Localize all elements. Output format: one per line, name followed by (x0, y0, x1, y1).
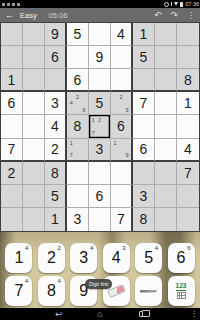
wifi-icon (174, 2, 178, 6)
cell-digit: 5 (140, 49, 148, 65)
cell-digit: 1 (8, 72, 16, 88)
cell-digit: 6 (51, 49, 59, 65)
cell-r2c8[interactable] (155, 46, 177, 69)
cell-r8c7[interactable]: 3 (133, 185, 155, 208)
cell-digit: 8 (74, 118, 82, 134)
digit-count-badge: 6 (187, 245, 190, 251)
cell-digit: 6 (8, 95, 16, 111)
digit-count-badge: 4 (155, 245, 158, 251)
undo-icon[interactable]: ↶ (154, 8, 162, 22)
cell-r8c3[interactable]: 5 (45, 185, 67, 208)
pencil-mark-digit: 1 (68, 140, 74, 146)
pencil-mark-digit: 9 (124, 152, 130, 158)
cell-r6c1[interactable]: 7 (1, 139, 23, 162)
pencil-marks: 249 (68, 93, 87, 113)
cell-r7c5[interactable] (89, 162, 111, 185)
cell-digit: 5 (74, 26, 82, 42)
cell-r5c4[interactable]: 8 (67, 115, 89, 138)
cell-r8c4[interactable] (67, 185, 89, 208)
grid-icon (177, 292, 186, 299)
cell-r2c3[interactable]: 6 (45, 46, 67, 69)
cell-r8c6[interactable] (111, 185, 133, 208)
cell-r4c1[interactable]: 6 (1, 92, 23, 115)
cell-digit: 1 (51, 211, 59, 227)
notification-icon (2, 3, 5, 6)
pencil-mark-digit: 4 (68, 100, 74, 107)
cell-r4c5[interactable]: 5 (89, 92, 111, 115)
cell-r8c1[interactable] (1, 185, 23, 208)
pencil-marks: 17 (68, 140, 87, 159)
pencil-icon (140, 290, 157, 293)
pencil-mark-digit: 9 (81, 107, 87, 114)
key-pencil[interactable] (135, 276, 162, 306)
cell-digit: 1 (140, 26, 148, 42)
pencil-marks: 29 (112, 93, 130, 113)
cell-r3c2[interactable] (23, 69, 45, 92)
cell-r5c1[interactable] (1, 115, 23, 138)
cell-r7c7[interactable] (133, 162, 155, 185)
redo-icon[interactable]: ↷ (170, 8, 178, 22)
cell-r4c4[interactable]: 249 (67, 92, 89, 115)
cell-r2c4[interactable] (67, 46, 89, 69)
key-input-mode[interactable]: 123 (168, 276, 195, 306)
status-right-icons: 07:36 (164, 0, 199, 8)
pencil-mark-digit: 7 (90, 130, 96, 137)
difficulty-title: Easy (20, 11, 37, 20)
cell-r1c9[interactable] (177, 23, 199, 46)
digit-count-badge: 4 (25, 245, 28, 251)
cell-r5c3[interactable]: 4 (45, 115, 67, 138)
cell-r9c4[interactable]: 3 (67, 208, 89, 231)
cell-r9c2[interactable] (23, 208, 45, 231)
cell-r9c1[interactable] (1, 208, 23, 231)
cell-r5c7[interactable] (133, 115, 155, 138)
cell-digit: 7 (184, 165, 192, 181)
bluetooth-icon (171, 2, 173, 6)
cell-r9c3[interactable]: 1 (45, 208, 67, 231)
cell-r1c5[interactable] (89, 23, 111, 46)
cell-digit: 5 (51, 188, 59, 204)
cell-r2c7[interactable]: 5 (133, 46, 155, 69)
digit-count-badge: 3 (122, 245, 125, 251)
nav-menu-icon[interactable]: ⋮ (191, 308, 199, 320)
sudoku-board: 9541695168632495297148127672173196428756… (0, 22, 200, 232)
cell-digit: 9 (96, 49, 104, 65)
pencil-mark-digit: 7 (68, 152, 74, 158)
cell-digit: 6 (140, 141, 148, 157)
cell-digit: 8 (140, 211, 148, 227)
key-digit-label: 2 (47, 249, 56, 267)
cell-r8c9[interactable] (177, 185, 199, 208)
cell-digit: 5 (96, 95, 104, 111)
back-icon[interactable]: ← (5, 8, 14, 22)
cell-r5c9[interactable] (177, 115, 199, 138)
cell-digit: 3 (96, 141, 104, 157)
cell-digit: 1 (184, 95, 192, 111)
cell-r7c9[interactable]: 7 (177, 162, 199, 185)
cell-digit: 3 (74, 211, 82, 227)
cell-r6c4[interactable]: 17 (67, 139, 89, 162)
cell-r3c8[interactable] (155, 69, 177, 92)
cell-r8c5[interactable]: 6 (89, 185, 111, 208)
sudoku-app-screen: 07:36 ← Easy 05:06 ↶ ↷ ⋮ 954169516863249… (0, 0, 200, 320)
key-digit-label: 6 (177, 249, 186, 267)
input-mode-label: 123 (176, 283, 187, 291)
cell-r9c6[interactable]: 7 (111, 208, 133, 231)
overflow-menu-icon[interactable]: ⋮ (187, 11, 195, 20)
cell-r1c1[interactable] (1, 23, 23, 46)
cell-r2c5[interactable]: 9 (89, 46, 111, 69)
pencil-mark-digit: 2 (118, 93, 124, 100)
cell-r6c5[interactable]: 3 (89, 139, 111, 162)
cell-r4c6[interactable]: 29 (111, 92, 133, 115)
cell-r3c3[interactable] (45, 69, 67, 92)
cell-digit: 3 (51, 95, 59, 111)
cell-r6c8[interactable] (155, 139, 177, 162)
cell-digit: 6 (96, 188, 104, 204)
notification-icons (2, 3, 20, 6)
cell-r7c3[interactable]: 8 (45, 162, 67, 185)
notification-icon (7, 3, 10, 6)
cell-r9c7[interactable]: 8 (133, 208, 155, 231)
pencil-marks: 127 (90, 116, 109, 136)
cell-r9c9[interactable] (177, 208, 199, 231)
cell-r2c2[interactable] (23, 46, 45, 69)
status-clock: 07:36 (185, 0, 199, 8)
cell-digit: 7 (8, 141, 16, 157)
cell-r1c6[interactable]: 4 (111, 23, 133, 46)
cell-digit: 2 (51, 141, 59, 157)
cell-r1c7[interactable]: 1 (133, 23, 155, 46)
pencil-mark-digit: 9 (124, 107, 130, 114)
pencil-mark-digit: 2 (74, 93, 80, 100)
cell-r7c2[interactable] (23, 162, 45, 185)
key-digit-label: 1 (14, 249, 23, 267)
cell-digit: 7 (117, 211, 125, 227)
cell-r1c3[interactable]: 9 (45, 23, 67, 46)
cell-r4c3[interactable]: 3 (45, 92, 67, 115)
key-digit-3[interactable]: 34 (70, 243, 97, 273)
notification-icon (12, 3, 15, 6)
cell-r7c1[interactable]: 2 (1, 162, 23, 185)
cell-r5c5[interactable]: 127 (89, 115, 111, 138)
cell-r5c2[interactable] (23, 115, 45, 138)
key-digit-4[interactable]: 43 (103, 243, 130, 273)
android-status-bar: 07:36 (0, 0, 200, 8)
cell-digit: 6 (74, 72, 82, 88)
nav-home-icon[interactable]: ⌂ (97, 308, 102, 320)
nav-recents-icon[interactable] (139, 311, 146, 317)
cell-r2c1[interactable] (1, 46, 23, 69)
cell-digit: 4 (117, 26, 125, 42)
cell-r3c5[interactable] (89, 69, 111, 92)
key-digit-2[interactable]: 22 (38, 243, 65, 273)
cell-digit: 4 (51, 118, 59, 134)
cell-r3c6[interactable] (111, 69, 133, 92)
app-bar: ← Easy 05:06 ↶ ↷ ⋮ (0, 8, 200, 22)
key-digit-5[interactable]: 54 (135, 243, 162, 273)
cell-digit: 4 (184, 141, 192, 157)
key-digit-label: 4 (112, 249, 121, 267)
cell-digit: 8 (184, 72, 192, 88)
cell-digit: 6 (117, 118, 125, 134)
digit-count-badge: 2 (58, 245, 61, 251)
cell-r6c7[interactable]: 6 (133, 139, 155, 162)
cell-r1c2[interactable] (23, 23, 45, 46)
cell-r5c8[interactable] (155, 115, 177, 138)
cell-digit: 2 (8, 165, 16, 181)
cell-digit: 3 (140, 188, 148, 204)
digit-first-tooltip: Digit first (85, 279, 112, 289)
cell-digit: 7 (140, 95, 148, 111)
cell-r1c8[interactable] (155, 23, 177, 46)
cell-r4c7[interactable]: 7 (133, 92, 155, 115)
cell-r9c8[interactable] (155, 208, 177, 231)
cell-r6c9[interactable]: 4 (177, 139, 199, 162)
pencil-mark-digit: 1 (112, 140, 118, 146)
cell-r8c8[interactable] (155, 185, 177, 208)
cell-r7c6[interactable] (111, 162, 133, 185)
cell-r6c6[interactable]: 19 (111, 139, 133, 162)
notification-icon (17, 3, 20, 6)
key-digit-label: 7 (14, 282, 23, 300)
key-digit-label: 3 (79, 249, 88, 267)
key-digit-label: 8 (47, 282, 56, 300)
key-digit-label: 5 (144, 249, 153, 267)
cell-r2c9[interactable] (177, 46, 199, 69)
key-digit-1[interactable]: 14 (5, 243, 32, 273)
key-digit-6[interactable]: 66 (168, 243, 195, 273)
cell-r6c3[interactable]: 2 (45, 139, 67, 162)
cell-r3c4[interactable]: 6 (67, 69, 89, 92)
cell-r1c4[interactable]: 5 (67, 23, 89, 46)
cell-r3c1[interactable]: 1 (1, 69, 23, 92)
cell-r5c6[interactable]: 6 (111, 115, 133, 138)
pencil-marks: 19 (112, 140, 130, 159)
cell-r9c5[interactable] (89, 208, 111, 231)
keypad-row-1: 142234435466 (0, 232, 200, 273)
cell-r4c9[interactable]: 1 (177, 92, 199, 115)
cell-r7c8[interactable] (155, 162, 177, 185)
cell-r4c8[interactable] (155, 92, 177, 115)
cell-r8c2[interactable] (23, 185, 45, 208)
alarm-icon (164, 2, 169, 7)
cell-r3c9[interactable]: 8 (177, 69, 199, 92)
key-digit-8[interactable]: 84 (38, 276, 65, 306)
cell-r3c7[interactable] (133, 69, 155, 92)
cell-digit: 8 (51, 165, 59, 181)
digit-count-badge: 4 (25, 278, 28, 284)
android-nav-bar: ↩ ⌂ ⋮ (0, 308, 200, 320)
cell-r4c2[interactable] (23, 92, 45, 115)
cell-digit: 9 (51, 26, 59, 42)
cell-r2c6[interactable] (111, 46, 133, 69)
pencil-mark-digit: 2 (96, 116, 102, 123)
digit-count-badge: 4 (58, 278, 61, 284)
battery-icon (180, 2, 183, 7)
keypad-area: 142234435466 74849123 Digit first (0, 232, 200, 308)
digit-count-badge: 4 (90, 245, 93, 251)
game-timer: 05:06 (49, 11, 68, 20)
key-digit-7[interactable]: 74 (5, 276, 32, 306)
cell-r6c2[interactable] (23, 139, 45, 162)
cell-r7c4[interactable] (67, 162, 89, 185)
nav-back-icon[interactable]: ↩ (55, 308, 62, 320)
